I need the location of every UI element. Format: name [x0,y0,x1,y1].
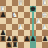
square-h1[interactable] [42,42,48,48]
chess-board: ♛♜♜♚♟♞♚♟♟♟♟♜♟♟♟♟♟♞♜ [0,0,48,48]
